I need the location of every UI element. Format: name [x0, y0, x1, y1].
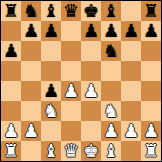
white-king-icon[interactable]: ♚	[81, 141, 101, 161]
square-g6[interactable]	[121, 41, 141, 61]
square-b1[interactable]	[21, 141, 41, 161]
square-a8[interactable]: ♜	[1, 1, 21, 21]
white-pawn-icon[interactable]: ♟	[101, 121, 121, 141]
square-a5[interactable]	[1, 61, 21, 81]
square-a3[interactable]	[1, 101, 21, 121]
square-c6[interactable]	[41, 41, 61, 61]
square-e1[interactable]: ♚	[81, 141, 101, 161]
square-d4[interactable]: ♟	[61, 81, 81, 101]
square-f3[interactable]: ♞	[101, 101, 121, 121]
square-d5[interactable]	[61, 61, 81, 81]
square-h6[interactable]	[141, 41, 161, 61]
square-f5[interactable]	[101, 61, 121, 81]
square-c1[interactable]: ♝	[41, 141, 61, 161]
square-g3[interactable]	[121, 101, 141, 121]
square-b8[interactable]: ♞	[21, 1, 41, 21]
square-f2[interactable]: ♟	[101, 121, 121, 141]
black-pawn-icon[interactable]: ♟	[81, 21, 101, 41]
square-b7[interactable]: ♟	[21, 21, 41, 41]
white-rook-icon[interactable]: ♜	[1, 141, 21, 161]
square-d3[interactable]	[61, 101, 81, 121]
square-h7[interactable]: ♟	[141, 21, 161, 41]
square-a1[interactable]: ♜	[1, 141, 21, 161]
black-pawn-icon[interactable]: ♟	[101, 21, 121, 41]
white-queen-icon[interactable]: ♛	[61, 141, 81, 161]
square-h1[interactable]: ♜	[141, 141, 161, 161]
black-rook-icon[interactable]: ♜	[1, 1, 21, 21]
square-h5[interactable]	[141, 61, 161, 81]
square-b5[interactable]	[21, 61, 41, 81]
square-c4[interactable]: ♟	[41, 81, 61, 101]
square-h8[interactable]: ♜	[141, 1, 161, 21]
square-c2[interactable]	[41, 121, 61, 141]
square-g2[interactable]: ♟	[121, 121, 141, 141]
square-b6[interactable]	[21, 41, 41, 61]
square-e8[interactable]: ♚	[81, 1, 101, 21]
square-f1[interactable]: ♝	[101, 141, 121, 161]
white-bishop-icon[interactable]: ♝	[41, 141, 61, 161]
square-e6[interactable]	[81, 41, 101, 61]
black-pawn-icon[interactable]: ♟	[41, 21, 61, 41]
white-pawn-icon[interactable]: ♟	[61, 81, 81, 101]
square-b3[interactable]	[21, 101, 41, 121]
square-f7[interactable]: ♟	[101, 21, 121, 41]
black-pawn-icon[interactable]: ♟	[1, 41, 21, 61]
black-queen-icon[interactable]: ♛	[61, 1, 81, 21]
square-e3[interactable]	[81, 101, 101, 121]
black-bishop-icon[interactable]: ♝	[41, 1, 61, 21]
square-e5[interactable]	[81, 61, 101, 81]
square-g8[interactable]	[121, 1, 141, 21]
square-f4[interactable]	[101, 81, 121, 101]
square-b4[interactable]	[21, 81, 41, 101]
black-rook-icon[interactable]: ♜	[141, 1, 161, 21]
black-pawn-icon[interactable]: ♟	[41, 81, 61, 101]
square-h4[interactable]	[141, 81, 161, 101]
square-g4[interactable]	[121, 81, 141, 101]
black-knight-icon[interactable]: ♞	[101, 41, 121, 61]
square-g7[interactable]: ♟	[121, 21, 141, 41]
square-h2[interactable]: ♟	[141, 121, 161, 141]
square-a2[interactable]: ♟	[1, 121, 21, 141]
chess-board: ♜♞♝♛♚♝♜♟♟♟♟♟♟♟♞♟♟♟♞♞♟♟♟♟♟♜♝♛♚♝♜	[0, 0, 162, 162]
white-knight-icon[interactable]: ♞	[41, 101, 61, 121]
square-e4[interactable]: ♟	[81, 81, 101, 101]
square-d8[interactable]: ♛	[61, 1, 81, 21]
square-f8[interactable]: ♝	[101, 1, 121, 21]
black-pawn-icon[interactable]: ♟	[121, 21, 141, 41]
white-pawn-icon[interactable]: ♟	[141, 121, 161, 141]
white-pawn-icon[interactable]: ♟	[121, 121, 141, 141]
square-d1[interactable]: ♛	[61, 141, 81, 161]
white-pawn-icon[interactable]: ♟	[1, 121, 21, 141]
white-knight-icon[interactable]: ♞	[101, 101, 121, 121]
square-e2[interactable]	[81, 121, 101, 141]
square-a7[interactable]	[1, 21, 21, 41]
square-c5[interactable]	[41, 61, 61, 81]
square-e7[interactable]: ♟	[81, 21, 101, 41]
square-c7[interactable]: ♟	[41, 21, 61, 41]
square-f6[interactable]: ♞	[101, 41, 121, 61]
black-king-icon[interactable]: ♚	[81, 1, 101, 21]
white-bishop-icon[interactable]: ♝	[101, 141, 121, 161]
square-a4[interactable]	[1, 81, 21, 101]
black-bishop-icon[interactable]: ♝	[101, 1, 121, 21]
square-g5[interactable]	[121, 61, 141, 81]
square-c3[interactable]: ♞	[41, 101, 61, 121]
white-pawn-icon[interactable]: ♟	[81, 81, 101, 101]
square-a6[interactable]: ♟	[1, 41, 21, 61]
square-d2[interactable]	[61, 121, 81, 141]
square-d7[interactable]	[61, 21, 81, 41]
white-pawn-icon[interactable]: ♟	[21, 121, 41, 141]
square-d6[interactable]	[61, 41, 81, 61]
square-b2[interactable]: ♟	[21, 121, 41, 141]
black-knight-icon[interactable]: ♞	[21, 1, 41, 21]
square-c8[interactable]: ♝	[41, 1, 61, 21]
white-rook-icon[interactable]: ♜	[141, 141, 161, 161]
black-pawn-icon[interactable]: ♟	[141, 21, 161, 41]
square-g1[interactable]	[121, 141, 141, 161]
black-pawn-icon[interactable]: ♟	[21, 21, 41, 41]
square-h3[interactable]	[141, 101, 161, 121]
